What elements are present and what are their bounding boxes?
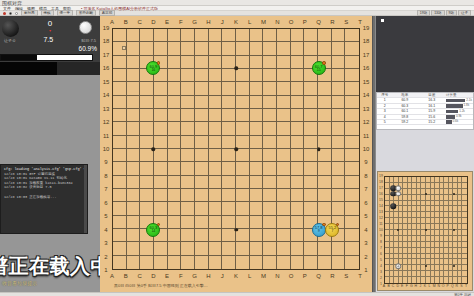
goban-cell[interactable] xyxy=(127,176,141,189)
goban-cell[interactable] xyxy=(304,122,318,135)
goban-cell[interactable] xyxy=(291,242,305,255)
goban-cell[interactable] xyxy=(154,96,168,109)
goban-cell[interactable] xyxy=(345,149,359,162)
goban-cell[interactable] xyxy=(291,29,305,42)
goban-cell[interactable] xyxy=(209,56,223,69)
goban-cell[interactable] xyxy=(113,109,127,122)
goban-cell[interactable] xyxy=(209,82,223,95)
goban-cell[interactable] xyxy=(277,56,291,69)
goban-cell[interactable] xyxy=(304,149,318,162)
goban-cell[interactable] xyxy=(277,42,291,55)
goban-cell[interactable] xyxy=(127,69,141,82)
goban-cell[interactable] xyxy=(304,189,318,202)
goban-cell[interactable] xyxy=(127,229,141,242)
goban-cell[interactable] xyxy=(345,229,359,242)
goban-cell[interactable] xyxy=(304,256,318,269)
goban-cell[interactable] xyxy=(127,136,141,149)
goban-cell[interactable] xyxy=(209,29,223,42)
goban-cell[interactable] xyxy=(181,29,195,42)
goban-cell[interactable] xyxy=(113,229,127,242)
goban-cell[interactable] xyxy=(113,96,127,109)
goban-cell[interactable] xyxy=(168,149,182,162)
goban-cell[interactable] xyxy=(209,96,223,109)
goban-cell[interactable] xyxy=(277,229,291,242)
goban-cell[interactable] xyxy=(222,109,236,122)
preview-board-panel[interactable]: 19181716151413121110987654321 ABCDEFGHJK… xyxy=(377,171,473,291)
goban-cell[interactable] xyxy=(236,202,250,215)
goban-cell[interactable] xyxy=(345,242,359,255)
goban-cell[interactable] xyxy=(181,149,195,162)
goban-cell[interactable] xyxy=(168,96,182,109)
goban-cell[interactable] xyxy=(127,56,141,69)
goban-cell[interactable] xyxy=(209,216,223,229)
goban-cell[interactable] xyxy=(318,256,332,269)
goban-cell[interactable] xyxy=(332,136,346,149)
goban-cell[interactable] xyxy=(332,109,346,122)
goban-cell[interactable] xyxy=(154,149,168,162)
goban-cell[interactable] xyxy=(277,162,291,175)
goban-cell[interactable] xyxy=(277,176,291,189)
goban-cell[interactable] xyxy=(127,42,141,55)
goban-cell[interactable] xyxy=(195,242,209,255)
goban-cell[interactable] xyxy=(195,202,209,215)
goban-cell[interactable] xyxy=(277,242,291,255)
goban-cell[interactable] xyxy=(318,149,332,162)
goban-cell[interactable] xyxy=(250,256,264,269)
goban-cell[interactable] xyxy=(345,162,359,175)
goban-cell[interactable] xyxy=(222,256,236,269)
goban-cell[interactable] xyxy=(263,96,277,109)
goban-cell[interactable] xyxy=(195,189,209,202)
goban-cell[interactable] xyxy=(236,149,250,162)
goban-cell[interactable] xyxy=(250,122,264,135)
goban-cell[interactable] xyxy=(304,176,318,189)
goban-cell[interactable] xyxy=(113,162,127,175)
goban-cell[interactable] xyxy=(236,82,250,95)
goban-cell[interactable] xyxy=(345,42,359,55)
goban-cell[interactable] xyxy=(181,82,195,95)
goban-cell[interactable] xyxy=(154,42,168,55)
goban-cell[interactable] xyxy=(263,56,277,69)
goban-cell[interactable] xyxy=(154,109,168,122)
goban-cell[interactable] xyxy=(263,82,277,95)
goban-cell[interactable] xyxy=(318,176,332,189)
goban-cell[interactable] xyxy=(236,96,250,109)
goban-cell[interactable] xyxy=(181,56,195,69)
goban[interactable]: 60.91660.71560.31457.8955.27 xyxy=(112,28,360,270)
goban-cell[interactable] xyxy=(140,29,154,42)
goban-cell[interactable] xyxy=(181,136,195,149)
goban-cell[interactable] xyxy=(263,162,277,175)
goban-cell[interactable] xyxy=(304,82,318,95)
goban-cell[interactable] xyxy=(332,256,346,269)
goban-cell[interactable] xyxy=(154,242,168,255)
goban-cell[interactable] xyxy=(195,56,209,69)
goban-cell[interactable] xyxy=(332,56,346,69)
goban-cell[interactable] xyxy=(140,202,154,215)
goban-cell[interactable] xyxy=(332,42,346,55)
goban-cell[interactable] xyxy=(168,82,182,95)
goban-cell[interactable] xyxy=(113,56,127,69)
goban-cell[interactable] xyxy=(127,189,141,202)
goban-cell[interactable] xyxy=(209,149,223,162)
goban-cell[interactable] xyxy=(277,69,291,82)
menu-file[interactable]: 文件 xyxy=(3,6,11,10)
goban-cell[interactable] xyxy=(332,82,346,95)
goban-cell[interactable] xyxy=(222,69,236,82)
goban-cell[interactable] xyxy=(250,29,264,42)
goban-cell[interactable] xyxy=(318,96,332,109)
goban-cell[interactable] xyxy=(113,189,127,202)
preview-goban-cell[interactable] xyxy=(462,277,467,283)
goban-cell[interactable] xyxy=(181,202,195,215)
goban-cell[interactable] xyxy=(332,69,346,82)
goban-cell[interactable] xyxy=(263,256,277,269)
goban-cell[interactable] xyxy=(168,56,182,69)
goban-cell[interactable] xyxy=(304,96,318,109)
goban-cell[interactable] xyxy=(250,189,264,202)
goban-cell[interactable] xyxy=(113,122,127,135)
goban-cell[interactable] xyxy=(181,242,195,255)
goban-cell[interactable] xyxy=(195,176,209,189)
goban-cell[interactable] xyxy=(250,202,264,215)
goban-cell[interactable] xyxy=(209,109,223,122)
goban-cell[interactable] xyxy=(154,202,168,215)
goban-cell[interactable] xyxy=(140,242,154,255)
goban-cell[interactable] xyxy=(263,29,277,42)
goban-cell[interactable] xyxy=(263,229,277,242)
goban-cell[interactable] xyxy=(195,82,209,95)
goban-cell[interactable] xyxy=(291,176,305,189)
goban-cell[interactable] xyxy=(168,29,182,42)
goban-cell[interactable] xyxy=(332,189,346,202)
goban-cell[interactable] xyxy=(236,42,250,55)
goban-cell[interactable] xyxy=(181,162,195,175)
goban-cell[interactable] xyxy=(318,189,332,202)
goban-cell[interactable] xyxy=(345,82,359,95)
goban-cell[interactable] xyxy=(209,229,223,242)
goban-cell[interactable] xyxy=(345,69,359,82)
goban-cell[interactable] xyxy=(263,109,277,122)
goban-cell[interactable] xyxy=(195,229,209,242)
goban-cell[interactable] xyxy=(263,69,277,82)
goban-cell[interactable] xyxy=(236,256,250,269)
white-stone-icon[interactable] xyxy=(15,12,18,15)
goban-cell[interactable] xyxy=(277,216,291,229)
goban-cell[interactable] xyxy=(222,82,236,95)
goban-cell[interactable] xyxy=(168,256,182,269)
goban-cell[interactable] xyxy=(154,29,168,42)
goban-cell[interactable] xyxy=(168,229,182,242)
goban-cell[interactable] xyxy=(181,189,195,202)
goban-cell[interactable] xyxy=(318,82,332,95)
goban-cell[interactable] xyxy=(263,122,277,135)
goban-cell[interactable] xyxy=(304,162,318,175)
candidate-move-q4[interactable]: 57.89 xyxy=(312,223,326,237)
goban-cell[interactable] xyxy=(195,122,209,135)
goban-cell[interactable] xyxy=(277,96,291,109)
goban-cell[interactable] xyxy=(345,136,359,149)
goban-cell[interactable] xyxy=(181,216,195,229)
goban-cell[interactable] xyxy=(222,242,236,255)
goban-cell[interactable] xyxy=(250,162,264,175)
goban-cell[interactable] xyxy=(291,42,305,55)
goban-cell[interactable] xyxy=(318,162,332,175)
goban-cell[interactable] xyxy=(113,216,127,229)
goban-cell[interactable] xyxy=(168,176,182,189)
goban-cell[interactable] xyxy=(154,136,168,149)
goban-cell[interactable] xyxy=(209,176,223,189)
goban-cell[interactable] xyxy=(345,109,359,122)
goban-cell[interactable] xyxy=(236,109,250,122)
goban-cell[interactable] xyxy=(332,149,346,162)
goban-cell[interactable] xyxy=(291,136,305,149)
goban-cell[interactable] xyxy=(236,162,250,175)
goban-cell[interactable] xyxy=(181,176,195,189)
goban-cell[interactable] xyxy=(140,82,154,95)
goban-cell[interactable] xyxy=(222,202,236,215)
goban-cell[interactable] xyxy=(345,216,359,229)
goban-cell[interactable] xyxy=(127,109,141,122)
goban-cell[interactable] xyxy=(332,242,346,255)
goban-cell[interactable] xyxy=(277,256,291,269)
goban-cell[interactable] xyxy=(209,202,223,215)
goban-cell[interactable] xyxy=(209,69,223,82)
goban-cell[interactable] xyxy=(209,162,223,175)
goban-cell[interactable] xyxy=(263,42,277,55)
goban-cell[interactable] xyxy=(222,149,236,162)
goban-cell[interactable] xyxy=(250,96,264,109)
record-icon[interactable] xyxy=(3,12,6,15)
goban-cell[interactable] xyxy=(154,162,168,175)
goban-cell[interactable] xyxy=(236,176,250,189)
goban-cell[interactable] xyxy=(250,69,264,82)
goban-cell[interactable] xyxy=(332,29,346,42)
goban-cell[interactable] xyxy=(209,256,223,269)
goban-cell[interactable] xyxy=(277,189,291,202)
goban-cell[interactable] xyxy=(345,256,359,269)
goban-cell[interactable] xyxy=(318,29,332,42)
goban-cell[interactable] xyxy=(318,109,332,122)
goban-cell[interactable] xyxy=(195,136,209,149)
goban-cell[interactable] xyxy=(113,69,127,82)
goban-cell[interactable] xyxy=(250,42,264,55)
goban-cell[interactable] xyxy=(168,189,182,202)
goban-cell[interactable] xyxy=(304,29,318,42)
goban-cell[interactable] xyxy=(168,242,182,255)
goban-cell[interactable] xyxy=(140,42,154,55)
goban-cell[interactable] xyxy=(291,82,305,95)
goban-cell[interactable] xyxy=(222,162,236,175)
goban-cell[interactable] xyxy=(113,149,127,162)
candidate-move-d4[interactable]: 60.314 xyxy=(146,223,160,237)
goban-cell[interactable] xyxy=(181,109,195,122)
goban-cell[interactable] xyxy=(263,242,277,255)
goban-cell[interactable] xyxy=(291,229,305,242)
goban-cell[interactable] xyxy=(236,69,250,82)
goban-cell[interactable] xyxy=(291,202,305,215)
goban-cell[interactable] xyxy=(277,109,291,122)
goban-cell[interactable] xyxy=(222,122,236,135)
goban-cell[interactable] xyxy=(236,189,250,202)
goban-cell[interactable] xyxy=(127,149,141,162)
goban-cell[interactable] xyxy=(250,136,264,149)
goban-cell[interactable] xyxy=(263,189,277,202)
goban-cell[interactable] xyxy=(277,202,291,215)
goban-cell[interactable] xyxy=(277,149,291,162)
goban-cell[interactable] xyxy=(181,122,195,135)
goban-cell[interactable] xyxy=(263,149,277,162)
goban-cell[interactable] xyxy=(277,82,291,95)
goban-cell[interactable] xyxy=(113,136,127,149)
goban-cell[interactable] xyxy=(250,82,264,95)
goban-cell[interactable] xyxy=(113,256,127,269)
goban-cell[interactable] xyxy=(345,56,359,69)
goban-cell[interactable] xyxy=(181,256,195,269)
goban-cell[interactable] xyxy=(291,189,305,202)
goban-cell[interactable] xyxy=(140,176,154,189)
goban-cell[interactable] xyxy=(154,189,168,202)
goban-cell[interactable] xyxy=(345,189,359,202)
goban-cell[interactable] xyxy=(127,162,141,175)
goban-cell[interactable] xyxy=(277,136,291,149)
candidate-move-r4[interactable]: 55.27 xyxy=(325,223,339,237)
goban-cell[interactable] xyxy=(250,56,264,69)
goban-cell[interactable] xyxy=(222,29,236,42)
goban-cell[interactable] xyxy=(236,122,250,135)
console-scrollbar[interactable] xyxy=(84,165,87,233)
goban-cell[interactable] xyxy=(236,216,250,229)
goban-cell[interactable] xyxy=(181,69,195,82)
goban-cell[interactable] xyxy=(291,216,305,229)
goban-cell[interactable] xyxy=(209,189,223,202)
goban-cell[interactable] xyxy=(195,69,209,82)
goban-cell[interactable] xyxy=(291,256,305,269)
goban-cell[interactable] xyxy=(250,176,264,189)
goban-cell[interactable] xyxy=(195,149,209,162)
goban-cell[interactable] xyxy=(236,56,250,69)
goban-cell[interactable] xyxy=(113,242,127,255)
goban-cell[interactable] xyxy=(332,202,346,215)
goban-cell[interactable] xyxy=(277,29,291,42)
goban-cell[interactable] xyxy=(181,96,195,109)
goban-cell[interactable] xyxy=(332,176,346,189)
goban-cell[interactable] xyxy=(127,96,141,109)
goban-cell[interactable] xyxy=(236,136,250,149)
goban-cell[interactable] xyxy=(345,96,359,109)
goban-cell[interactable] xyxy=(291,69,305,82)
goban-cell[interactable] xyxy=(263,136,277,149)
goban-cell[interactable] xyxy=(263,202,277,215)
goban-cell[interactable] xyxy=(291,56,305,69)
goban-cell[interactable] xyxy=(291,96,305,109)
goban-cell[interactable] xyxy=(222,96,236,109)
goban-cell[interactable] xyxy=(113,29,127,42)
goban-cell[interactable] xyxy=(332,122,346,135)
goban-cell[interactable] xyxy=(209,42,223,55)
goban-cell[interactable] xyxy=(236,229,250,242)
goban-cell[interactable] xyxy=(345,122,359,135)
goban-cell[interactable] xyxy=(181,42,195,55)
engine-console[interactable]: cfg: loading 'analysis.cfg' 'gtp.cfg' ve… xyxy=(0,164,88,234)
goban-cell[interactable] xyxy=(332,162,346,175)
goban-cell[interactable] xyxy=(263,216,277,229)
goban-cell[interactable] xyxy=(304,242,318,255)
analysis-table-row[interactable]: 559.215.20.6k xyxy=(377,120,473,125)
goban-cell[interactable] xyxy=(304,109,318,122)
goban-cell[interactable] xyxy=(291,149,305,162)
goban-cell[interactable] xyxy=(168,136,182,149)
goban-cell[interactable] xyxy=(195,96,209,109)
candidate-move-q16[interactable]: 60.715 xyxy=(312,61,326,75)
goban-cell[interactable] xyxy=(209,122,223,135)
goban-cell[interactable] xyxy=(318,122,332,135)
goban-cell[interactable] xyxy=(127,216,141,229)
goban-cell[interactable] xyxy=(318,242,332,255)
goban-cell[interactable] xyxy=(318,202,332,215)
black-stone-icon[interactable] xyxy=(9,12,12,15)
goban-cell[interactable] xyxy=(195,29,209,42)
goban-cell[interactable] xyxy=(195,109,209,122)
goban-cell[interactable] xyxy=(168,216,182,229)
goban-cell[interactable] xyxy=(250,149,264,162)
goban-cell[interactable] xyxy=(127,122,141,135)
goban-cell[interactable] xyxy=(291,109,305,122)
goban-cell[interactable] xyxy=(168,109,182,122)
goban-cell[interactable] xyxy=(304,202,318,215)
goban-cell[interactable] xyxy=(291,162,305,175)
goban-cell[interactable] xyxy=(345,176,359,189)
goban-cell[interactable] xyxy=(304,136,318,149)
goban-cell[interactable] xyxy=(222,189,236,202)
goban-cell[interactable] xyxy=(222,176,236,189)
goban-cell[interactable] xyxy=(277,122,291,135)
goban-cell[interactable] xyxy=(236,242,250,255)
goban-cell[interactable] xyxy=(263,176,277,189)
goban-cell[interactable] xyxy=(209,242,223,255)
goban-cell[interactable] xyxy=(181,229,195,242)
goban-cell[interactable] xyxy=(222,42,236,55)
preview-goban[interactable] xyxy=(384,176,468,284)
goban-cell[interactable] xyxy=(222,216,236,229)
goban-cell[interactable] xyxy=(127,29,141,42)
goban-cell[interactable] xyxy=(140,122,154,135)
goban-cell[interactable] xyxy=(154,176,168,189)
goban-cell[interactable] xyxy=(318,42,332,55)
goban-cell[interactable] xyxy=(154,256,168,269)
goban-cell[interactable] xyxy=(209,136,223,149)
goban-cell[interactable] xyxy=(140,109,154,122)
goban-cell[interactable] xyxy=(195,216,209,229)
goban-cell[interactable] xyxy=(140,189,154,202)
goban-cell[interactable] xyxy=(127,242,141,255)
goban-cell[interactable] xyxy=(140,162,154,175)
goban-cell[interactable] xyxy=(154,82,168,95)
candidate-move-d16[interactable]: 60.916 xyxy=(146,61,160,75)
goban-cell[interactable] xyxy=(195,162,209,175)
goban-cell[interactable] xyxy=(332,96,346,109)
goban-cell[interactable] xyxy=(127,256,141,269)
goban-cell[interactable] xyxy=(113,176,127,189)
goban-cell[interactable] xyxy=(168,69,182,82)
goban-cell[interactable] xyxy=(113,82,127,95)
goban-cell[interactable] xyxy=(154,122,168,135)
goban-cell[interactable] xyxy=(140,256,154,269)
goban-cell[interactable] xyxy=(127,202,141,215)
goban-cell[interactable] xyxy=(168,202,182,215)
goban-cell[interactable] xyxy=(304,42,318,55)
goban-cell[interactable] xyxy=(345,202,359,215)
